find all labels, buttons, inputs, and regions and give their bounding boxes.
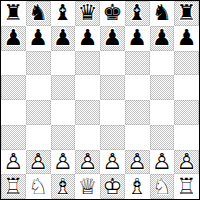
piece-outline-glyph: ♙ (175, 150, 199, 174)
piece-fill-glyph: ♟ (51, 26, 75, 50)
piece-black-pawn[interactable]: ♟ (26, 26, 50, 50)
piece-black-pawn[interactable]: ♟ (51, 26, 75, 50)
square-g3[interactable] (150, 125, 175, 150)
piece-fill-glyph: ♜ (175, 1, 199, 25)
square-a3[interactable] (1, 125, 26, 150)
piece-outline-glyph: ♘ (26, 175, 50, 199)
piece-black-pawn[interactable]: ♟ (76, 26, 100, 50)
square-a2[interactable]: ♟♙ (1, 150, 26, 175)
piece-fill-glyph: ♟ (76, 26, 100, 50)
piece-outline-glyph: ♘ (150, 175, 174, 199)
square-f4[interactable] (125, 100, 150, 125)
square-d3[interactable] (75, 125, 100, 150)
piece-outline-glyph: ♗ (125, 175, 149, 199)
piece-outline-glyph: ♔ (100, 175, 124, 199)
square-a1[interactable]: ♜♖ (1, 174, 26, 199)
square-f7[interactable]: ♟ (125, 26, 150, 51)
square-d6[interactable] (75, 51, 100, 76)
square-e5[interactable] (100, 75, 125, 100)
square-e2[interactable]: ♟♙ (100, 150, 125, 175)
piece-white-bishop[interactable]: ♝♗ (125, 175, 149, 199)
square-f6[interactable] (125, 51, 150, 76)
piece-black-pawn[interactable]: ♟ (125, 26, 149, 50)
piece-black-pawn[interactable]: ♟ (175, 26, 199, 50)
piece-outline-glyph: ♖ (1, 175, 25, 199)
square-g4[interactable] (150, 100, 175, 125)
square-g6[interactable] (150, 51, 175, 76)
piece-outline-glyph: ♕ (76, 175, 100, 199)
square-a5[interactable] (1, 75, 26, 100)
piece-outline-glyph: ♙ (125, 150, 149, 174)
square-c8[interactable]: ♝ (51, 1, 76, 26)
piece-black-pawn[interactable]: ♟ (100, 26, 124, 50)
piece-fill-glyph: ♞ (150, 1, 174, 25)
square-f5[interactable] (125, 75, 150, 100)
square-c4[interactable] (51, 100, 76, 125)
chess-board: ♜♞♝♛♚♝♞♜♟♟♟♟♟♟♟♟♟♙♟♙♟♙♟♙♟♙♟♙♟♙♟♙♜♖♞♘♝♗♛♕… (1, 1, 199, 199)
square-c2[interactable]: ♟♙ (51, 150, 76, 175)
square-g1[interactable]: ♞♘ (150, 174, 175, 199)
piece-fill-glyph: ♚ (100, 1, 124, 25)
square-f2[interactable]: ♟♙ (125, 150, 150, 175)
square-e7[interactable]: ♟ (100, 26, 125, 51)
piece-black-bishop[interactable]: ♝ (125, 1, 149, 25)
square-c3[interactable] (51, 125, 76, 150)
square-a8[interactable]: ♜ (1, 1, 26, 26)
square-b1[interactable]: ♞♘ (26, 174, 51, 199)
piece-outline-glyph: ♙ (51, 150, 75, 174)
square-b4[interactable] (26, 100, 51, 125)
piece-outline-glyph: ♙ (100, 150, 124, 174)
square-a4[interactable] (1, 100, 26, 125)
square-e8[interactable]: ♚ (100, 1, 125, 26)
piece-black-king[interactable]: ♚ (100, 1, 124, 25)
piece-white-pawn[interactable]: ♟♙ (175, 150, 199, 174)
piece-black-rook[interactable]: ♜ (175, 1, 199, 25)
piece-outline-glyph: ♗ (51, 175, 75, 199)
piece-black-rook[interactable]: ♜ (1, 1, 25, 25)
square-h6[interactable] (174, 51, 199, 76)
piece-fill-glyph: ♟ (150, 26, 174, 50)
piece-fill-glyph: ♟ (26, 26, 50, 50)
piece-white-pawn[interactable]: ♟♙ (26, 150, 50, 174)
square-d4[interactable] (75, 100, 100, 125)
piece-fill-glyph: ♜ (1, 1, 25, 25)
square-b2[interactable]: ♟♙ (26, 150, 51, 175)
square-g7[interactable]: ♟ (150, 26, 175, 51)
piece-white-king[interactable]: ♚♔ (100, 175, 124, 199)
piece-outline-glyph: ♙ (150, 150, 174, 174)
square-g5[interactable] (150, 75, 175, 100)
square-e6[interactable] (100, 51, 125, 76)
piece-black-queen[interactable]: ♛ (76, 1, 100, 25)
piece-fill-glyph: ♝ (125, 1, 149, 25)
piece-white-pawn[interactable]: ♟♙ (51, 150, 75, 174)
piece-fill-glyph: ♛ (76, 1, 100, 25)
square-d5[interactable] (75, 75, 100, 100)
square-a6[interactable] (1, 51, 26, 76)
square-c5[interactable] (51, 75, 76, 100)
square-d7[interactable]: ♟ (75, 26, 100, 51)
piece-fill-glyph: ♟ (175, 26, 199, 50)
piece-white-pawn[interactable]: ♟♙ (100, 150, 124, 174)
piece-white-rook[interactable]: ♜♖ (175, 175, 199, 199)
piece-black-knight[interactable]: ♞ (150, 1, 174, 25)
piece-white-queen[interactable]: ♛♕ (76, 175, 100, 199)
piece-white-knight[interactable]: ♞♘ (150, 175, 174, 199)
square-f1[interactable]: ♝♗ (125, 174, 150, 199)
square-d8[interactable]: ♛ (75, 1, 100, 26)
piece-white-pawn[interactable]: ♟♙ (150, 150, 174, 174)
square-c7[interactable]: ♟ (51, 26, 76, 51)
square-b6[interactable] (26, 51, 51, 76)
piece-black-pawn[interactable]: ♟ (1, 26, 25, 50)
piece-black-bishop[interactable]: ♝ (51, 1, 75, 25)
piece-white-rook[interactable]: ♜♖ (1, 175, 25, 199)
square-h7[interactable]: ♟ (174, 26, 199, 51)
chess-board-frame: ♜♞♝♛♚♝♞♜♟♟♟♟♟♟♟♟♟♙♟♙♟♙♟♙♟♙♟♙♟♙♟♙♜♖♞♘♝♗♛♕… (0, 0, 200, 200)
piece-black-knight[interactable]: ♞ (26, 1, 50, 25)
piece-white-pawn[interactable]: ♟♙ (125, 150, 149, 174)
piece-fill-glyph: ♞ (26, 1, 50, 25)
square-e1[interactable]: ♚♔ (100, 174, 125, 199)
piece-fill-glyph: ♝ (51, 1, 75, 25)
piece-outline-glyph: ♙ (26, 150, 50, 174)
square-b5[interactable] (26, 75, 51, 100)
piece-outline-glyph: ♙ (1, 150, 25, 174)
square-f8[interactable]: ♝ (125, 1, 150, 26)
square-h1[interactable]: ♜♖ (174, 174, 199, 199)
piece-fill-glyph: ♟ (100, 26, 124, 50)
square-h2[interactable]: ♟♙ (174, 150, 199, 175)
square-h5[interactable] (174, 75, 199, 100)
square-c6[interactable] (51, 51, 76, 76)
piece-white-pawn[interactable]: ♟♙ (1, 150, 25, 174)
piece-outline-glyph: ♖ (175, 175, 199, 199)
square-h4[interactable] (174, 100, 199, 125)
square-c1[interactable]: ♝♗ (51, 174, 76, 199)
piece-white-knight[interactable]: ♞♘ (26, 175, 50, 199)
piece-fill-glyph: ♟ (1, 26, 25, 50)
square-b8[interactable]: ♞ (26, 1, 51, 26)
square-d1[interactable]: ♛♕ (75, 174, 100, 199)
square-e3[interactable] (100, 125, 125, 150)
square-b7[interactable]: ♟ (26, 26, 51, 51)
piece-fill-glyph: ♟ (125, 26, 149, 50)
square-b3[interactable] (26, 125, 51, 150)
piece-white-bishop[interactable]: ♝♗ (51, 175, 75, 199)
piece-outline-glyph: ♙ (76, 150, 100, 174)
square-f3[interactable] (125, 125, 150, 150)
square-h8[interactable]: ♜ (174, 1, 199, 26)
square-d2[interactable]: ♟♙ (75, 150, 100, 175)
piece-white-pawn[interactable]: ♟♙ (76, 150, 100, 174)
square-g8[interactable]: ♞ (150, 1, 175, 26)
square-g2[interactable]: ♟♙ (150, 150, 175, 175)
square-a7[interactable]: ♟ (1, 26, 26, 51)
square-e4[interactable] (100, 100, 125, 125)
square-h3[interactable] (174, 125, 199, 150)
piece-black-pawn[interactable]: ♟ (150, 26, 174, 50)
